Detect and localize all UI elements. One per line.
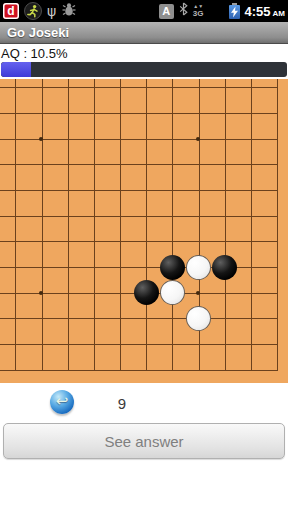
status-clock: 4:55 AM (245, 4, 285, 19)
signal-bars-icon (209, 4, 224, 18)
input-a-icon: A (159, 4, 174, 19)
status-bar: d ψ (0, 0, 288, 22)
move-number: 9 (105, 395, 139, 412)
star-point-Q10 (196, 137, 200, 141)
status-right-group: A ▲▼ 3G (159, 2, 285, 20)
battery-charging-icon (229, 3, 240, 20)
accuracy-progress-track (1, 62, 287, 77)
white-stone-Q3 (186, 306, 211, 331)
accuracy-label: AQ : 10.5% (0, 46, 67, 61)
undo-button[interactable]: ↩ (50, 390, 74, 414)
bluetooth-icon (179, 2, 188, 20)
black-stone-P5 (160, 255, 185, 280)
black-stone-R5 (212, 255, 237, 280)
star-point-K10 (39, 137, 43, 141)
star-point-Q4 (196, 291, 200, 295)
running-man-icon (24, 2, 42, 20)
white-stone-Q5 (186, 255, 211, 280)
app-screen: d ψ (0, 0, 288, 512)
undo-arrow-icon: ↩ (56, 394, 69, 409)
data-3g-icon: ▲▼ 3G (193, 4, 204, 18)
black-stone-O4 (134, 280, 159, 305)
stone-grid (2, 79, 288, 383)
title-bar: Go Joseki (0, 22, 288, 44)
debug-bug-icon (61, 2, 77, 21)
go-board[interactable] (0, 79, 288, 383)
page-title: Go Joseki (7, 25, 69, 40)
white-stone-P4 (160, 280, 185, 305)
accuracy-progress-fill (1, 62, 31, 77)
bottom-panel: ↩ 9 See answer (0, 383, 288, 512)
docomo-badge-icon: d (3, 3, 19, 19)
usb-icon: ψ (47, 4, 56, 18)
accuracy-row: AQ : 10.5% (0, 45, 288, 62)
see-answer-button[interactable]: See answer (3, 423, 285, 459)
star-point-K4 (39, 291, 43, 295)
